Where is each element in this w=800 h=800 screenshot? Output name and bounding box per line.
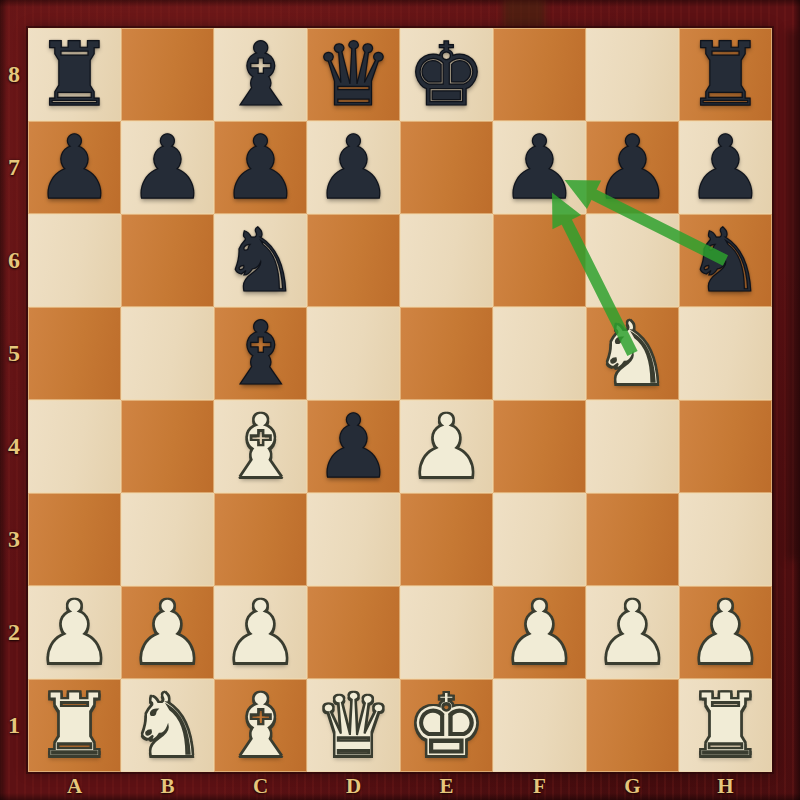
square-d5[interactable]	[307, 307, 400, 400]
file-label-B: B	[121, 772, 214, 800]
file-labels: ABCDEFGH	[28, 772, 772, 800]
piece-black-rook[interactable]: ♜	[679, 28, 772, 121]
square-h5[interactable]	[679, 307, 772, 400]
square-c7[interactable]: ♟	[214, 121, 307, 214]
square-e2[interactable]	[400, 586, 493, 679]
piece-white-rook[interactable]: ♜	[28, 679, 121, 772]
square-c1[interactable]: ♝	[214, 679, 307, 772]
square-f3[interactable]	[493, 493, 586, 586]
square-b7[interactable]: ♟	[121, 121, 214, 214]
square-e5[interactable]	[400, 307, 493, 400]
wood-grain-streak	[503, 0, 545, 28]
square-g3[interactable]	[586, 493, 679, 586]
rank-label-7: 7	[0, 121, 28, 214]
piece-white-pawn[interactable]: ♟	[586, 586, 679, 679]
square-a6[interactable]	[28, 214, 121, 307]
square-d8[interactable]: ♛	[307, 28, 400, 121]
square-a1[interactable]: ♜	[28, 679, 121, 772]
square-a7[interactable]: ♟	[28, 121, 121, 214]
piece-black-knight[interactable]: ♞	[679, 214, 772, 307]
piece-white-pawn[interactable]: ♟	[400, 400, 493, 493]
piece-black-pawn[interactable]: ♟	[307, 400, 400, 493]
square-a3[interactable]	[28, 493, 121, 586]
file-label-G: G	[586, 772, 679, 800]
file-label-A: A	[28, 772, 121, 800]
square-b2[interactable]: ♟	[121, 586, 214, 679]
piece-white-pawn[interactable]: ♟	[28, 586, 121, 679]
piece-black-bishop[interactable]: ♝	[214, 28, 307, 121]
board-frame: ♜♝♛♚♜♟♟♟♟♟♟♟♞♞♝♞♝♟♟♟♟♟♟♟♟♜♞♝♛♚♜ 87654321…	[0, 0, 800, 800]
piece-white-knight[interactable]: ♞	[121, 679, 214, 772]
square-b1[interactable]: ♞	[121, 679, 214, 772]
square-b8[interactable]	[121, 28, 214, 121]
square-d3[interactable]	[307, 493, 400, 586]
piece-black-pawn[interactable]: ♟	[307, 121, 400, 214]
square-f1[interactable]	[493, 679, 586, 772]
square-e7[interactable]	[400, 121, 493, 214]
piece-white-pawn[interactable]: ♟	[121, 586, 214, 679]
piece-black-pawn[interactable]: ♟	[586, 121, 679, 214]
piece-white-pawn[interactable]: ♟	[493, 586, 586, 679]
piece-white-pawn[interactable]: ♟	[214, 586, 307, 679]
square-g6[interactable]	[586, 214, 679, 307]
piece-black-king[interactable]: ♚	[400, 28, 493, 121]
square-e3[interactable]	[400, 493, 493, 586]
square-a4[interactable]	[28, 400, 121, 493]
square-b6[interactable]	[121, 214, 214, 307]
piece-white-bishop[interactable]: ♝	[214, 679, 307, 772]
square-b5[interactable]	[121, 307, 214, 400]
square-d2[interactable]	[307, 586, 400, 679]
square-c3[interactable]	[214, 493, 307, 586]
piece-white-pawn[interactable]: ♟	[679, 586, 772, 679]
square-e8[interactable]: ♚	[400, 28, 493, 121]
square-c6[interactable]: ♞	[214, 214, 307, 307]
piece-black-knight[interactable]: ♞	[214, 214, 307, 307]
rank-label-3: 3	[0, 493, 28, 586]
rank-label-4: 4	[0, 400, 28, 493]
piece-black-bishop[interactable]: ♝	[214, 307, 307, 400]
square-h8[interactable]: ♜	[679, 28, 772, 121]
wood-grain-streak	[787, 30, 800, 560]
square-c8[interactable]: ♝	[214, 28, 307, 121]
square-h6[interactable]: ♞	[679, 214, 772, 307]
square-b4[interactable]	[121, 400, 214, 493]
square-a8[interactable]: ♜	[28, 28, 121, 121]
square-g8[interactable]	[586, 28, 679, 121]
square-f2[interactable]: ♟	[493, 586, 586, 679]
square-d1[interactable]: ♛	[307, 679, 400, 772]
square-e4[interactable]: ♟	[400, 400, 493, 493]
piece-black-pawn[interactable]: ♟	[493, 121, 586, 214]
square-g2[interactable]: ♟	[586, 586, 679, 679]
piece-white-bishop[interactable]: ♝	[214, 400, 307, 493]
piece-black-queen[interactable]: ♛	[307, 28, 400, 121]
rank-label-8: 8	[0, 28, 28, 121]
square-f8[interactable]	[493, 28, 586, 121]
square-c4[interactable]: ♝	[214, 400, 307, 493]
square-b3[interactable]	[121, 493, 214, 586]
square-d4[interactable]: ♟	[307, 400, 400, 493]
file-label-D: D	[307, 772, 400, 800]
piece-white-queen[interactable]: ♛	[307, 679, 400, 772]
square-g4[interactable]	[586, 400, 679, 493]
square-g5[interactable]: ♞	[586, 307, 679, 400]
square-c5[interactable]: ♝	[214, 307, 307, 400]
square-e6[interactable]	[400, 214, 493, 307]
square-h2[interactable]: ♟	[679, 586, 772, 679]
square-h7[interactable]: ♟	[679, 121, 772, 214]
square-f7[interactable]: ♟	[493, 121, 586, 214]
square-f4[interactable]	[493, 400, 586, 493]
square-g1[interactable]	[586, 679, 679, 772]
square-f6[interactable]	[493, 214, 586, 307]
square-h1[interactable]: ♜	[679, 679, 772, 772]
piece-white-king[interactable]: ♚	[400, 679, 493, 772]
rank-label-6: 6	[0, 214, 28, 307]
square-h4[interactable]	[679, 400, 772, 493]
square-a2[interactable]: ♟	[28, 586, 121, 679]
piece-black-pawn[interactable]: ♟	[121, 121, 214, 214]
square-f5[interactable]	[493, 307, 586, 400]
file-label-H: H	[679, 772, 772, 800]
piece-black-pawn[interactable]: ♟	[28, 121, 121, 214]
piece-black-rook[interactable]: ♜	[28, 28, 121, 121]
file-label-E: E	[400, 772, 493, 800]
square-c2[interactable]: ♟	[214, 586, 307, 679]
board: ♜♝♛♚♜♟♟♟♟♟♟♟♞♞♝♞♝♟♟♟♟♟♟♟♟♜♞♝♛♚♜	[28, 28, 772, 772]
square-g7[interactable]: ♟	[586, 121, 679, 214]
file-label-C: C	[214, 772, 307, 800]
rank-label-5: 5	[0, 307, 28, 400]
rank-labels: 87654321	[0, 28, 28, 772]
piece-black-pawn[interactable]: ♟	[679, 121, 772, 214]
file-label-F: F	[493, 772, 586, 800]
piece-white-rook[interactable]: ♜	[679, 679, 772, 772]
rank-label-1: 1	[0, 679, 28, 772]
rank-label-2: 2	[0, 586, 28, 679]
square-e1[interactable]: ♚	[400, 679, 493, 772]
piece-white-knight[interactable]: ♞	[586, 307, 679, 400]
piece-black-pawn[interactable]: ♟	[214, 121, 307, 214]
square-d6[interactable]	[307, 214, 400, 307]
square-d7[interactable]: ♟	[307, 121, 400, 214]
square-a5[interactable]	[28, 307, 121, 400]
square-h3[interactable]	[679, 493, 772, 586]
